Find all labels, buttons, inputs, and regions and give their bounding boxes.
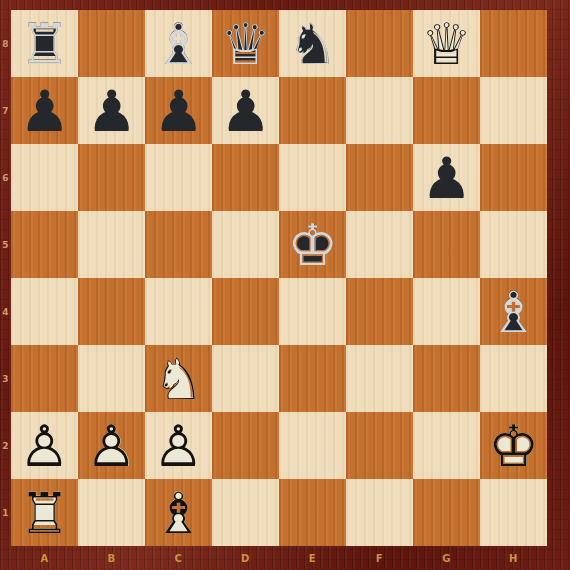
black-pawn[interactable]: ♟ (413, 144, 480, 211)
white-pawn[interactable]: ♟♙ (145, 412, 212, 479)
white-bishop-outline-glyph: ♗ (145, 479, 212, 546)
square-e6[interactable] (279, 144, 346, 211)
file-label-b: B (78, 546, 145, 570)
white-pawn-outline-glyph: ♙ (11, 412, 78, 479)
square-e3[interactable] (279, 345, 346, 412)
square-b8[interactable] (78, 10, 145, 77)
white-pawn-outline-glyph: ♙ (145, 412, 212, 479)
square-b7[interactable]: ♟ (78, 77, 145, 144)
square-a2[interactable]: ♟♙ (11, 412, 78, 479)
black-pawn[interactable]: ♟ (212, 77, 279, 144)
square-c4[interactable] (145, 278, 212, 345)
black-knight-outline-glyph: ♘ (279, 10, 346, 77)
rank-label-8: 8 (0, 10, 11, 77)
black-queen-outline-glyph: ♕ (212, 10, 279, 77)
rank-label-4: 4 (0, 278, 11, 345)
black-queen[interactable]: ♛♕ (212, 10, 279, 77)
file-label-h: H (480, 546, 547, 570)
rank-label-7: 7 (0, 77, 11, 144)
black-knight[interactable]: ♞♘ (279, 10, 346, 77)
square-f8[interactable] (346, 10, 413, 77)
square-c8[interactable]: ♝♗ (145, 10, 212, 77)
black-king-outline-glyph: ♔ (279, 211, 346, 278)
black-bishop-outline-glyph: ♗ (145, 10, 212, 77)
black-bishop[interactable]: ♝♗ (480, 278, 547, 345)
square-g3[interactable] (413, 345, 480, 412)
square-d5[interactable] (212, 211, 279, 278)
square-g8[interactable]: ♛♕ (413, 10, 480, 77)
square-g5[interactable] (413, 211, 480, 278)
black-pawn-glyph: ♟ (78, 77, 145, 144)
black-pawn-glyph: ♟ (413, 144, 480, 211)
file-label-d: D (212, 546, 279, 570)
chessboard: ♜♖♝♗♛♕♞♘♛♕♟♟♟♟♟♚♔♝♗♞♘♟♙♟♙♟♙♚♔♜♖♝♗ (11, 10, 547, 546)
white-knight-outline-glyph: ♘ (145, 345, 212, 412)
white-pawn[interactable]: ♟♙ (11, 412, 78, 479)
square-c3[interactable]: ♞♘ (145, 345, 212, 412)
square-a3[interactable] (11, 345, 78, 412)
file-label-g: G (413, 546, 480, 570)
white-queen-outline-glyph: ♕ (413, 10, 480, 77)
square-d2[interactable] (212, 412, 279, 479)
square-a1[interactable]: ♜♖ (11, 479, 78, 546)
square-h7[interactable] (480, 77, 547, 144)
square-a7[interactable]: ♟ (11, 77, 78, 144)
square-h1[interactable] (480, 479, 547, 546)
black-pawn-glyph: ♟ (212, 77, 279, 144)
white-pawn-outline-glyph: ♙ (78, 412, 145, 479)
square-b1[interactable] (78, 479, 145, 546)
square-h6[interactable] (480, 144, 547, 211)
square-c5[interactable] (145, 211, 212, 278)
square-d3[interactable] (212, 345, 279, 412)
file-label-a: A (11, 546, 78, 570)
black-pawn[interactable]: ♟ (11, 77, 78, 144)
square-h5[interactable] (480, 211, 547, 278)
square-d6[interactable] (212, 144, 279, 211)
file-label-e: E (279, 546, 346, 570)
square-f3[interactable] (346, 345, 413, 412)
square-a8[interactable]: ♜♖ (11, 10, 78, 77)
square-b2[interactable]: ♟♙ (78, 412, 145, 479)
file-label-c: C (145, 546, 212, 570)
square-a5[interactable] (11, 211, 78, 278)
rank-label-1: 1 (0, 479, 11, 546)
square-a4[interactable] (11, 278, 78, 345)
white-queen[interactable]: ♛♕ (413, 10, 480, 77)
black-pawn-glyph: ♟ (145, 77, 212, 144)
square-e5[interactable]: ♚♔ (279, 211, 346, 278)
rank-label-3: 3 (0, 345, 11, 412)
square-c6[interactable] (145, 144, 212, 211)
square-h2[interactable]: ♚♔ (480, 412, 547, 479)
square-b3[interactable] (78, 345, 145, 412)
white-rook[interactable]: ♜♖ (11, 479, 78, 546)
black-pawn[interactable]: ♟ (78, 77, 145, 144)
black-pawn[interactable]: ♟ (145, 77, 212, 144)
square-f1[interactable] (346, 479, 413, 546)
rank-label-2: 2 (0, 412, 11, 479)
square-e1[interactable] (279, 479, 346, 546)
white-pawn[interactable]: ♟♙ (78, 412, 145, 479)
square-g7[interactable] (413, 77, 480, 144)
square-f4[interactable] (346, 278, 413, 345)
file-label-f: F (346, 546, 413, 570)
square-e7[interactable] (279, 77, 346, 144)
square-g2[interactable] (413, 412, 480, 479)
white-knight[interactable]: ♞♘ (145, 345, 212, 412)
square-b6[interactable] (78, 144, 145, 211)
square-d8[interactable]: ♛♕ (212, 10, 279, 77)
square-f5[interactable] (346, 211, 413, 278)
white-king-outline-glyph: ♔ (480, 412, 547, 479)
white-rook-outline-glyph: ♖ (11, 479, 78, 546)
board-frame: ♜♖♝♗♛♕♞♘♛♕♟♟♟♟♟♚♔♝♗♞♘♟♙♟♙♟♙♚♔♜♖♝♗ 876543… (0, 0, 570, 570)
black-king[interactable]: ♚♔ (279, 211, 346, 278)
square-f6[interactable] (346, 144, 413, 211)
square-a6[interactable] (11, 144, 78, 211)
black-pawn-glyph: ♟ (11, 77, 78, 144)
square-d4[interactable] (212, 278, 279, 345)
square-h3[interactable] (480, 345, 547, 412)
square-g4[interactable] (413, 278, 480, 345)
square-c7[interactable]: ♟ (145, 77, 212, 144)
black-rook[interactable]: ♜♖ (11, 10, 78, 77)
square-e4[interactable] (279, 278, 346, 345)
square-d7[interactable]: ♟ (212, 77, 279, 144)
black-bishop-outline-glyph: ♗ (480, 278, 547, 345)
square-g1[interactable] (413, 479, 480, 546)
white-bishop[interactable]: ♝♗ (145, 479, 212, 546)
square-e2[interactable] (279, 412, 346, 479)
square-c2[interactable]: ♟♙ (145, 412, 212, 479)
square-b4[interactable] (78, 278, 145, 345)
black-bishop[interactable]: ♝♗ (145, 10, 212, 77)
square-e8[interactable]: ♞♘ (279, 10, 346, 77)
rank-label-6: 6 (0, 144, 11, 211)
square-h4[interactable]: ♝♗ (480, 278, 547, 345)
square-g6[interactable]: ♟ (413, 144, 480, 211)
square-h8[interactable] (480, 10, 547, 77)
square-d1[interactable] (212, 479, 279, 546)
rank-label-5: 5 (0, 211, 11, 278)
square-f7[interactable] (346, 77, 413, 144)
white-king[interactable]: ♚♔ (480, 412, 547, 479)
square-b5[interactable] (78, 211, 145, 278)
square-c1[interactable]: ♝♗ (145, 479, 212, 546)
black-rook-outline-glyph: ♖ (11, 10, 78, 77)
square-f2[interactable] (346, 412, 413, 479)
